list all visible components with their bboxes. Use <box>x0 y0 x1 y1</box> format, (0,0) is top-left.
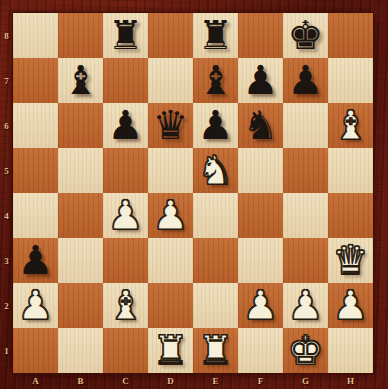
file-label-f: F <box>238 373 283 389</box>
piece-white-pawn-a2[interactable]: ♟ <box>18 283 54 328</box>
piece-white-pawn-c4[interactable]: ♟ <box>108 193 144 238</box>
square-a8[interactable] <box>13 13 58 58</box>
rank-label-1: 1 <box>0 328 13 373</box>
square-a1[interactable] <box>13 328 58 373</box>
square-c1[interactable] <box>103 328 148 373</box>
piece-black-pawn-g7[interactable]: ♟ <box>288 58 324 103</box>
square-g4[interactable] <box>283 193 328 238</box>
piece-white-rook-e1[interactable]: ♜ <box>198 328 234 373</box>
square-h4[interactable] <box>328 193 373 238</box>
piece-white-rook-d1[interactable]: ♜ <box>153 328 189 373</box>
square-b3[interactable] <box>58 238 103 283</box>
square-d6[interactable]: ♛ <box>148 103 193 148</box>
square-f1[interactable] <box>238 328 283 373</box>
piece-white-pawn-d4[interactable]: ♟ <box>153 193 189 238</box>
piece-black-rook-e8[interactable]: ♜ <box>198 13 234 58</box>
file-label-g: G <box>283 373 328 389</box>
square-g8[interactable]: ♚ <box>283 13 328 58</box>
square-a2[interactable]: ♟ <box>13 283 58 328</box>
piece-white-pawn-g2[interactable]: ♟ <box>288 283 324 328</box>
square-c8[interactable]: ♜ <box>103 13 148 58</box>
square-e7[interactable]: ♝ <box>193 58 238 103</box>
chess-board: ♜♜♚♝♝♟♟♟♛♟♞♝♞♟♟♟♛♟♝♟♟♟♜♜♚ <box>13 13 373 373</box>
square-e2[interactable] <box>193 283 238 328</box>
square-g1[interactable]: ♚ <box>283 328 328 373</box>
piece-white-queen-h3[interactable]: ♛ <box>333 238 369 283</box>
square-g3[interactable] <box>283 238 328 283</box>
square-c7[interactable] <box>103 58 148 103</box>
rank-label-3: 3 <box>0 238 13 283</box>
file-label-e: E <box>193 373 238 389</box>
square-d1[interactable]: ♜ <box>148 328 193 373</box>
square-f8[interactable] <box>238 13 283 58</box>
square-g2[interactable]: ♟ <box>283 283 328 328</box>
square-b5[interactable] <box>58 148 103 193</box>
square-f5[interactable] <box>238 148 283 193</box>
square-a7[interactable] <box>13 58 58 103</box>
square-d3[interactable] <box>148 238 193 283</box>
square-e1[interactable]: ♜ <box>193 328 238 373</box>
rank-label-2: 2 <box>0 283 13 328</box>
square-c6[interactable]: ♟ <box>103 103 148 148</box>
square-g6[interactable] <box>283 103 328 148</box>
piece-white-pawn-f2[interactable]: ♟ <box>243 283 279 328</box>
square-h1[interactable] <box>328 328 373 373</box>
piece-black-bishop-e7[interactable]: ♝ <box>198 58 234 103</box>
square-h7[interactable] <box>328 58 373 103</box>
square-e3[interactable] <box>193 238 238 283</box>
square-a4[interactable] <box>13 193 58 238</box>
piece-black-rook-c8[interactable]: ♜ <box>108 13 144 58</box>
square-d2[interactable] <box>148 283 193 328</box>
rank-label-8: 8 <box>0 13 13 58</box>
file-label-d: D <box>148 373 193 389</box>
piece-white-bishop-h6[interactable]: ♝ <box>333 103 369 148</box>
square-b2[interactable] <box>58 283 103 328</box>
square-g5[interactable] <box>283 148 328 193</box>
file-label-a: A <box>13 373 58 389</box>
square-e6[interactable]: ♟ <box>193 103 238 148</box>
rank-label-6: 6 <box>0 103 13 148</box>
piece-black-pawn-e6[interactable]: ♟ <box>198 103 234 148</box>
square-h6[interactable]: ♝ <box>328 103 373 148</box>
square-f3[interactable] <box>238 238 283 283</box>
square-b4[interactable] <box>58 193 103 238</box>
square-h5[interactable] <box>328 148 373 193</box>
piece-black-knight-f6[interactable]: ♞ <box>243 103 279 148</box>
square-h8[interactable] <box>328 13 373 58</box>
square-h3[interactable]: ♛ <box>328 238 373 283</box>
square-e8[interactable]: ♜ <box>193 13 238 58</box>
square-c3[interactable] <box>103 238 148 283</box>
square-f7[interactable]: ♟ <box>238 58 283 103</box>
square-c5[interactable] <box>103 148 148 193</box>
square-d5[interactable] <box>148 148 193 193</box>
file-label-c: C <box>103 373 148 389</box>
piece-white-bishop-c2[interactable]: ♝ <box>108 283 144 328</box>
piece-black-pawn-c6[interactable]: ♟ <box>108 103 144 148</box>
piece-white-knight-e5[interactable]: ♞ <box>198 148 234 193</box>
square-f4[interactable] <box>238 193 283 238</box>
square-e5[interactable]: ♞ <box>193 148 238 193</box>
square-f6[interactable]: ♞ <box>238 103 283 148</box>
square-e4[interactable] <box>193 193 238 238</box>
square-d8[interactable] <box>148 13 193 58</box>
piece-black-pawn-a3[interactable]: ♟ <box>18 238 54 283</box>
rank-label-7: 7 <box>0 58 13 103</box>
piece-black-bishop-b7[interactable]: ♝ <box>63 58 99 103</box>
square-d4[interactable]: ♟ <box>148 193 193 238</box>
board-frame: ♜♜♚♝♝♟♟♟♛♟♞♝♞♟♟♟♛♟♝♟♟♟♜♜♚ 87654321 ABCDE… <box>0 0 388 389</box>
rank-label-4: 4 <box>0 193 13 238</box>
square-h2[interactable]: ♟ <box>328 283 373 328</box>
square-a5[interactable] <box>13 148 58 193</box>
square-a6[interactable] <box>13 103 58 148</box>
file-label-b: B <box>58 373 103 389</box>
piece-white-pawn-h2[interactable]: ♟ <box>333 283 369 328</box>
square-b7[interactable]: ♝ <box>58 58 103 103</box>
square-b8[interactable] <box>58 13 103 58</box>
square-b1[interactable] <box>58 328 103 373</box>
piece-black-queen-d6[interactable]: ♛ <box>153 103 189 148</box>
square-g7[interactable]: ♟ <box>283 58 328 103</box>
square-b6[interactable] <box>58 103 103 148</box>
square-a3[interactable]: ♟ <box>13 238 58 283</box>
piece-white-king-g1[interactable]: ♚ <box>288 328 324 373</box>
piece-black-pawn-f7[interactable]: ♟ <box>243 58 279 103</box>
square-f2[interactable]: ♟ <box>238 283 283 328</box>
file-label-h: H <box>328 373 373 389</box>
square-d7[interactable] <box>148 58 193 103</box>
square-c2[interactable]: ♝ <box>103 283 148 328</box>
square-c4[interactable]: ♟ <box>103 193 148 238</box>
piece-black-king-g8[interactable]: ♚ <box>288 13 324 58</box>
rank-label-5: 5 <box>0 148 13 193</box>
